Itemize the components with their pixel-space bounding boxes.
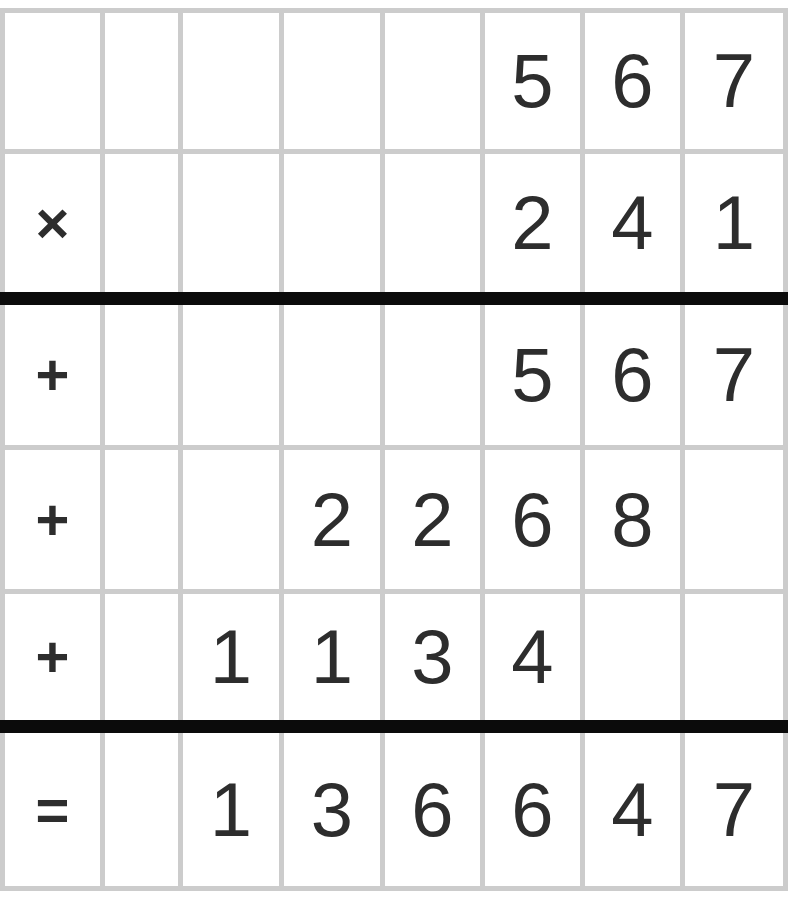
operator-plus-cell: +	[5, 450, 100, 589]
empty-cell	[183, 450, 279, 589]
empty-cell	[183, 154, 279, 292]
empty-cell	[284, 154, 380, 292]
digit-cell: 8	[585, 450, 680, 589]
digit-cell: 6	[485, 450, 580, 589]
empty-cell	[105, 594, 178, 720]
empty-cell	[385, 154, 480, 292]
empty-cell	[685, 594, 783, 720]
digit-cell: 7	[685, 305, 783, 445]
multiplication-rule-line	[0, 292, 788, 305]
digit-cell: 5	[485, 13, 580, 149]
digit-cell: 6	[585, 13, 680, 149]
digit-cell: 3	[284, 733, 380, 886]
empty-cell	[105, 154, 178, 292]
operator-plus-cell: +	[5, 594, 100, 720]
digit-cell: 2	[385, 450, 480, 589]
digit-cell: 4	[585, 733, 680, 886]
digit-cell: 1	[183, 594, 279, 720]
empty-cell	[105, 305, 178, 445]
empty-cell	[685, 450, 783, 589]
empty-cell	[284, 13, 380, 149]
digit-cell: 4	[485, 594, 580, 720]
empty-cell	[385, 13, 480, 149]
empty-cell	[5, 13, 100, 149]
empty-cell	[585, 594, 680, 720]
digit-cell: 1	[284, 594, 380, 720]
digit-cell: 4	[585, 154, 680, 292]
sum-rule-line	[0, 720, 788, 733]
digit-cell: 6	[585, 305, 680, 445]
digit-cell: 7	[685, 733, 783, 886]
empty-cell	[183, 13, 279, 149]
digit-cell: 2	[284, 450, 380, 589]
operator-multiply-cell: ×	[5, 154, 100, 292]
digit-cell: 2	[485, 154, 580, 292]
digit-cell: 3	[385, 594, 480, 720]
empty-cell	[385, 305, 480, 445]
digit-cell: 6	[485, 733, 580, 886]
operator-plus-cell: +	[5, 305, 100, 445]
digit-cell: 5	[485, 305, 580, 445]
digit-cell: 6	[385, 733, 480, 886]
operator-equals-cell: =	[5, 733, 100, 886]
digit-cell: 1	[183, 733, 279, 886]
empty-cell	[183, 305, 279, 445]
empty-cell	[105, 450, 178, 589]
digit-cell: 7	[685, 13, 783, 149]
digit-cell: 1	[685, 154, 783, 292]
empty-cell	[284, 305, 380, 445]
multiplication-grid: 567×241+567+2268+1134=136647	[0, 8, 788, 891]
empty-cell	[105, 13, 178, 149]
empty-cell	[105, 733, 178, 886]
